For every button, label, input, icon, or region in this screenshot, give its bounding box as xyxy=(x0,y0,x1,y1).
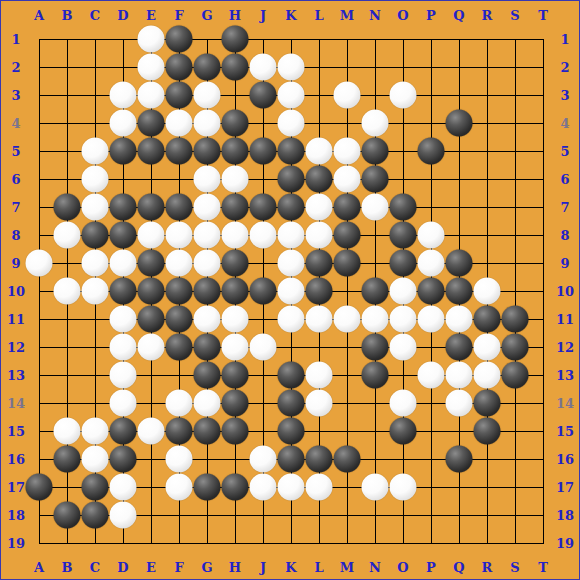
black-stone xyxy=(194,278,221,305)
black-stone xyxy=(502,306,529,333)
black-stone xyxy=(418,138,445,165)
row-label-right: 5 xyxy=(560,145,569,158)
black-stone xyxy=(306,278,333,305)
white-stone xyxy=(278,82,305,109)
black-stone xyxy=(222,390,249,417)
black-stone xyxy=(194,418,221,445)
white-stone xyxy=(82,278,109,305)
white-stone xyxy=(110,82,137,109)
white-stone xyxy=(166,110,193,137)
column-label-top: L xyxy=(314,9,323,22)
black-stone xyxy=(474,390,501,417)
white-stone xyxy=(306,474,333,501)
white-stone xyxy=(250,334,277,361)
black-stone xyxy=(446,110,473,137)
row-label-right: 16 xyxy=(556,453,574,466)
white-stone xyxy=(250,222,277,249)
column-label-bottom: D xyxy=(117,561,128,574)
black-stone xyxy=(502,334,529,361)
white-stone xyxy=(82,418,109,445)
white-stone xyxy=(166,250,193,277)
row-label-left: 13 xyxy=(7,369,25,382)
white-stone xyxy=(110,474,137,501)
white-stone xyxy=(110,110,137,137)
white-stone xyxy=(138,334,165,361)
black-stone xyxy=(194,138,221,165)
black-stone xyxy=(362,334,389,361)
black-stone xyxy=(194,362,221,389)
white-stone xyxy=(194,250,221,277)
white-stone xyxy=(446,362,473,389)
black-stone xyxy=(306,446,333,473)
column-label-bottom: C xyxy=(90,561,100,574)
column-label-bottom: L xyxy=(314,561,323,574)
black-stone xyxy=(166,334,193,361)
column-label-bottom: M xyxy=(340,561,354,574)
black-stone xyxy=(82,474,109,501)
black-stone xyxy=(278,446,305,473)
white-stone xyxy=(194,194,221,221)
white-stone xyxy=(278,278,305,305)
black-stone xyxy=(278,390,305,417)
white-stone xyxy=(362,194,389,221)
white-stone xyxy=(278,250,305,277)
white-stone xyxy=(194,306,221,333)
black-stone xyxy=(278,166,305,193)
white-stone xyxy=(278,54,305,81)
white-stone xyxy=(362,474,389,501)
black-stone xyxy=(222,362,249,389)
black-stone xyxy=(278,194,305,221)
black-stone xyxy=(54,502,81,529)
white-stone xyxy=(278,306,305,333)
white-stone xyxy=(194,82,221,109)
row-label-right: 7 xyxy=(560,201,569,214)
white-stone xyxy=(54,418,81,445)
row-label-left: 11 xyxy=(7,313,25,326)
row-label-right: 14 xyxy=(556,397,574,410)
black-stone xyxy=(194,474,221,501)
grid-line-horizontal xyxy=(39,543,544,544)
white-stone xyxy=(390,474,417,501)
row-label-right: 13 xyxy=(556,369,574,382)
white-stone xyxy=(194,390,221,417)
row-label-left: 3 xyxy=(11,89,20,102)
white-stone xyxy=(194,110,221,137)
row-label-left: 15 xyxy=(7,425,25,438)
white-stone xyxy=(54,278,81,305)
column-label-bottom: T xyxy=(538,561,548,574)
white-stone xyxy=(278,222,305,249)
black-stone xyxy=(82,502,109,529)
row-label-right: 15 xyxy=(556,425,574,438)
column-label-bottom: K xyxy=(285,561,296,574)
black-stone xyxy=(250,82,277,109)
column-label-top: S xyxy=(510,9,519,22)
row-label-left: 7 xyxy=(11,201,20,214)
white-stone xyxy=(278,474,305,501)
white-stone xyxy=(418,222,445,249)
column-label-top: D xyxy=(117,9,128,22)
column-label-top: H xyxy=(229,9,241,22)
row-label-right: 12 xyxy=(556,341,574,354)
black-stone xyxy=(222,54,249,81)
black-stone xyxy=(446,446,473,473)
row-label-right: 3 xyxy=(560,89,569,102)
white-stone xyxy=(82,446,109,473)
black-stone xyxy=(222,194,249,221)
column-label-top: P xyxy=(426,9,436,22)
black-stone xyxy=(250,278,277,305)
black-stone xyxy=(110,138,137,165)
white-stone xyxy=(306,194,333,221)
column-label-top: T xyxy=(538,9,548,22)
white-stone xyxy=(306,222,333,249)
black-stone xyxy=(362,362,389,389)
black-stone xyxy=(194,334,221,361)
black-stone xyxy=(222,474,249,501)
column-label-bottom: F xyxy=(174,561,183,574)
white-stone xyxy=(110,362,137,389)
black-stone xyxy=(390,418,417,445)
black-stone xyxy=(26,474,53,501)
grid-line-vertical xyxy=(515,39,516,544)
white-stone xyxy=(446,306,473,333)
black-stone xyxy=(138,138,165,165)
black-stone xyxy=(222,418,249,445)
row-label-left: 17 xyxy=(7,481,25,494)
row-label-left: 16 xyxy=(7,453,25,466)
column-label-bottom: A xyxy=(34,561,44,574)
column-label-bottom: S xyxy=(510,561,519,574)
column-label-top: R xyxy=(482,9,493,22)
white-stone xyxy=(250,474,277,501)
white-stone xyxy=(250,446,277,473)
row-label-left: 14 xyxy=(7,397,25,410)
white-stone xyxy=(138,82,165,109)
white-stone xyxy=(334,166,361,193)
white-stone xyxy=(446,390,473,417)
row-label-right: 9 xyxy=(560,257,569,270)
black-stone xyxy=(222,138,249,165)
black-stone xyxy=(166,82,193,109)
row-label-left: 10 xyxy=(7,285,25,298)
column-label-bottom: R xyxy=(482,561,493,574)
black-stone xyxy=(166,54,193,81)
white-stone xyxy=(390,390,417,417)
white-stone xyxy=(166,390,193,417)
black-stone xyxy=(222,278,249,305)
column-label-top: E xyxy=(146,9,156,22)
white-stone xyxy=(166,446,193,473)
white-stone xyxy=(474,334,501,361)
black-stone xyxy=(250,138,277,165)
row-label-left: 8 xyxy=(11,229,20,242)
white-stone xyxy=(138,418,165,445)
black-stone xyxy=(166,306,193,333)
black-stone xyxy=(362,138,389,165)
white-stone xyxy=(474,278,501,305)
column-label-bottom: B xyxy=(62,561,73,574)
row-label-right: 1 xyxy=(560,33,569,46)
white-stone xyxy=(334,82,361,109)
column-label-bottom: H xyxy=(229,561,241,574)
black-stone xyxy=(222,250,249,277)
white-stone xyxy=(82,194,109,221)
row-label-right: 18 xyxy=(556,509,574,522)
white-stone xyxy=(82,138,109,165)
column-label-bottom: O xyxy=(397,561,408,574)
black-stone xyxy=(334,446,361,473)
black-stone xyxy=(166,194,193,221)
black-stone xyxy=(306,250,333,277)
white-stone xyxy=(166,474,193,501)
white-stone xyxy=(222,166,249,193)
row-label-right: 4 xyxy=(560,117,569,130)
white-stone xyxy=(110,250,137,277)
black-stone xyxy=(334,194,361,221)
white-stone xyxy=(390,306,417,333)
black-stone xyxy=(110,446,137,473)
column-label-top: A xyxy=(34,9,44,22)
black-stone xyxy=(502,362,529,389)
column-label-bottom: G xyxy=(201,561,212,574)
white-stone xyxy=(362,306,389,333)
column-label-bottom: E xyxy=(146,561,156,574)
row-label-right: 10 xyxy=(556,285,574,298)
white-stone xyxy=(26,250,53,277)
black-stone xyxy=(278,138,305,165)
white-stone xyxy=(138,54,165,81)
black-stone xyxy=(418,278,445,305)
white-stone xyxy=(166,222,193,249)
row-label-left: 4 xyxy=(11,117,20,130)
white-stone xyxy=(306,362,333,389)
white-stone xyxy=(418,306,445,333)
white-stone xyxy=(222,306,249,333)
column-label-top: N xyxy=(369,9,381,22)
column-label-bottom: Q xyxy=(453,561,464,574)
row-label-left: 5 xyxy=(11,145,20,158)
column-label-top: B xyxy=(62,9,73,22)
white-stone xyxy=(194,222,221,249)
white-stone xyxy=(222,222,249,249)
black-stone xyxy=(362,166,389,193)
column-label-top: M xyxy=(340,9,354,22)
row-label-right: 2 xyxy=(560,61,569,74)
black-stone xyxy=(194,54,221,81)
white-stone xyxy=(138,222,165,249)
black-stone xyxy=(306,166,333,193)
row-label-left: 2 xyxy=(11,61,20,74)
column-label-top: Q xyxy=(453,9,464,22)
black-stone xyxy=(278,362,305,389)
row-label-right: 6 xyxy=(560,173,569,186)
black-stone xyxy=(110,278,137,305)
black-stone xyxy=(110,194,137,221)
white-stone xyxy=(418,250,445,277)
white-stone xyxy=(306,138,333,165)
white-stone xyxy=(390,334,417,361)
column-label-bottom: P xyxy=(426,561,436,574)
white-stone xyxy=(390,278,417,305)
white-stone xyxy=(334,138,361,165)
black-stone xyxy=(138,278,165,305)
black-stone xyxy=(138,306,165,333)
column-label-top: G xyxy=(201,9,212,22)
black-stone xyxy=(110,418,137,445)
column-label-top: F xyxy=(174,9,183,22)
white-stone xyxy=(54,222,81,249)
column-label-top: K xyxy=(285,9,296,22)
column-label-bottom: N xyxy=(369,561,381,574)
black-stone xyxy=(474,418,501,445)
white-stone xyxy=(82,166,109,193)
row-label-left: 12 xyxy=(7,341,25,354)
row-label-right: 11 xyxy=(556,313,574,326)
black-stone xyxy=(446,250,473,277)
row-label-left: 1 xyxy=(11,33,20,46)
black-stone xyxy=(138,250,165,277)
white-stone xyxy=(110,390,137,417)
black-stone xyxy=(54,446,81,473)
black-stone xyxy=(474,306,501,333)
white-stone xyxy=(418,362,445,389)
black-stone xyxy=(82,222,109,249)
white-stone xyxy=(194,166,221,193)
white-stone xyxy=(474,362,501,389)
black-stone xyxy=(334,222,361,249)
white-stone xyxy=(390,82,417,109)
white-stone xyxy=(362,110,389,137)
white-stone xyxy=(110,334,137,361)
black-stone xyxy=(334,250,361,277)
black-stone xyxy=(166,138,193,165)
black-stone xyxy=(390,194,417,221)
white-stone xyxy=(250,54,277,81)
black-stone xyxy=(222,110,249,137)
white-stone xyxy=(278,110,305,137)
white-stone xyxy=(334,306,361,333)
black-stone xyxy=(138,194,165,221)
white-stone xyxy=(306,306,333,333)
black-stone xyxy=(390,250,417,277)
row-label-left: 9 xyxy=(11,257,20,270)
black-stone xyxy=(362,278,389,305)
go-board-app: AABBCCDDEEFFGGHHJJKKLLMMNNOOPPQQRRSSTT11… xyxy=(0,0,580,580)
column-label-top: J xyxy=(260,9,266,22)
row-label-right: 8 xyxy=(560,229,569,242)
grid-line-vertical xyxy=(543,39,544,544)
row-label-right: 19 xyxy=(556,537,574,550)
row-label-left: 19 xyxy=(7,537,25,550)
black-stone xyxy=(446,278,473,305)
black-stone xyxy=(278,418,305,445)
black-stone xyxy=(222,26,249,53)
white-stone xyxy=(222,334,249,361)
black-stone xyxy=(166,278,193,305)
column-label-top: O xyxy=(397,9,408,22)
black-stone xyxy=(166,26,193,53)
white-stone xyxy=(82,250,109,277)
white-stone xyxy=(138,26,165,53)
row-label-right: 17 xyxy=(556,481,574,494)
black-stone xyxy=(446,334,473,361)
black-stone xyxy=(166,418,193,445)
column-label-bottom: J xyxy=(260,561,266,574)
black-stone xyxy=(390,222,417,249)
white-stone xyxy=(110,306,137,333)
black-stone xyxy=(250,194,277,221)
black-stone xyxy=(110,222,137,249)
black-stone xyxy=(138,110,165,137)
white-stone xyxy=(306,390,333,417)
white-stone xyxy=(110,502,137,529)
row-label-left: 6 xyxy=(11,173,20,186)
row-label-left: 18 xyxy=(7,509,25,522)
column-label-top: C xyxy=(90,9,100,22)
black-stone xyxy=(54,194,81,221)
